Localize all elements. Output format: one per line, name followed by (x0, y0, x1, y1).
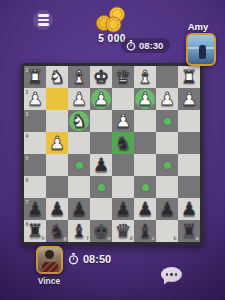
board-grid: ♜1♞♝♚♛♝♜♟2♟♟♟♟♟3♞♟4♟♞5♟6♟7♟♟♟♟♟♟♜8h♞g♝f♚… (24, 66, 200, 242)
square-c1[interactable]: ♝ (134, 66, 156, 88)
square-b5[interactable] (156, 154, 178, 176)
menu-button[interactable] (33, 10, 53, 30)
opponent-timer: 08:30 (121, 38, 170, 53)
white-knight: ♞ (68, 110, 90, 132)
chess-board: ♜1♞♝♚♛♝♜♟2♟♟♟♟♟3♞♟4♟♞5♟6♟7♟♟♟♟♟♟♜8h♞g♝f♚… (21, 63, 203, 245)
square-d6[interactable] (112, 176, 134, 198)
rank-label: 5 (26, 156, 29, 161)
square-a8[interactable]: ♜a (178, 220, 200, 242)
file-label: g (63, 236, 66, 241)
chat-button[interactable] (161, 267, 182, 282)
square-c7[interactable]: ♟ (134, 198, 156, 220)
white-knight: ♞ (46, 66, 68, 88)
square-d8[interactable]: ♛d (112, 220, 134, 242)
black-pawn: ♟ (134, 198, 156, 220)
square-c6[interactable] (134, 176, 156, 198)
square-f4[interactable] (68, 132, 90, 154)
speech-bubble-ellipsis-icon (161, 267, 182, 282)
move-target-dot (164, 118, 171, 125)
rank-label: 2 (26, 90, 29, 95)
square-g8[interactable]: ♞g (46, 220, 68, 242)
square-a1[interactable]: ♜ (178, 66, 200, 88)
white-pawn: ♟ (112, 110, 134, 132)
gold-coin-front (106, 17, 121, 32)
square-f1[interactable]: ♝ (68, 66, 90, 88)
white-bishop: ♝ (68, 66, 90, 88)
square-c3[interactable] (134, 110, 156, 132)
white-king: ♚ (90, 66, 112, 88)
file-label: h (41, 236, 44, 241)
square-h1[interactable]: ♜1 (24, 66, 46, 88)
square-c5[interactable] (134, 154, 156, 176)
black-pawn: ♟ (90, 154, 112, 176)
square-g4[interactable]: ♟ (46, 132, 68, 154)
move-target-dot (142, 184, 149, 191)
hamburger-menu-icon (38, 14, 49, 16)
square-g3[interactable] (46, 110, 68, 132)
square-f8[interactable]: ♝f (68, 220, 90, 242)
square-h2[interactable]: ♟2 (24, 88, 46, 110)
stopwatch-icon (126, 40, 136, 51)
white-bishop: ♝ (134, 66, 156, 88)
square-h4[interactable]: 4 (24, 132, 46, 154)
rank-label: 8 (26, 222, 29, 227)
square-a3[interactable] (178, 110, 200, 132)
square-b4[interactable] (156, 132, 178, 154)
opponent-timer-value: 08:30 (139, 40, 163, 51)
black-pawn: ♟ (46, 198, 68, 220)
rank-label: 3 (26, 112, 29, 117)
black-pawn: ♟ (156, 198, 178, 220)
file-label: f (87, 236, 89, 241)
square-f7[interactable]: ♟ (68, 198, 90, 220)
square-g5[interactable] (46, 154, 68, 176)
white-pawn: ♟ (68, 88, 90, 110)
square-d3[interactable]: ♟ (112, 110, 134, 132)
white-pawn: ♟ (156, 88, 178, 110)
square-f3[interactable]: ♞ (68, 110, 90, 132)
square-d2[interactable] (112, 88, 134, 110)
stopwatch-icon (68, 253, 79, 265)
square-e8[interactable]: ♚e (90, 220, 112, 242)
self-name: Vince (24, 276, 74, 286)
square-c2[interactable]: ♟ (134, 88, 156, 110)
square-d7[interactable]: ♟ (112, 198, 134, 220)
square-h5[interactable]: 5 (24, 154, 46, 176)
opponent-avatar[interactable] (186, 33, 216, 66)
square-g7[interactable]: ♟ (46, 198, 68, 220)
white-queen: ♛ (112, 66, 134, 88)
rank-label: 7 (26, 200, 29, 205)
square-h3[interactable]: 3 (24, 110, 46, 132)
square-e1[interactable]: ♚ (90, 66, 112, 88)
square-e7[interactable] (90, 198, 112, 220)
square-c8[interactable]: ♝c (134, 220, 156, 242)
square-h6[interactable]: 6 (24, 176, 46, 198)
square-e3[interactable] (90, 110, 112, 132)
square-c4[interactable] (134, 132, 156, 154)
square-e2[interactable]: ♟ (90, 88, 112, 110)
square-g2[interactable] (46, 88, 68, 110)
square-g1[interactable]: ♞ (46, 66, 68, 88)
opponent-name: Amy (178, 21, 218, 32)
white-pawn: ♟ (46, 132, 68, 154)
file-label: d (129, 236, 132, 241)
chess-app-screen: 5 000 Amy 08:30 ♜1♞♝♚♛♝♜♟2♟♟♟♟♟3♞♟4♟♞5♟6… (0, 0, 225, 300)
move-target-dot (98, 184, 105, 191)
rank-label: 4 (26, 134, 29, 139)
white-pawn: ♟ (90, 88, 112, 110)
square-d4[interactable]: ♞ (112, 132, 134, 154)
self-timer: 08:50 (68, 251, 111, 266)
black-pawn: ♟ (68, 198, 90, 220)
self-timer-value: 08:50 (83, 253, 111, 265)
move-target-dot (164, 162, 171, 169)
square-e4[interactable] (90, 132, 112, 154)
square-h8[interactable]: ♜8h (24, 220, 46, 242)
square-b6[interactable] (156, 176, 178, 198)
square-b8[interactable]: b (156, 220, 178, 242)
square-e5[interactable]: ♟ (90, 154, 112, 176)
black-knight: ♞ (112, 132, 134, 154)
black-pawn: ♟ (112, 198, 134, 220)
square-a2[interactable]: ♟ (178, 88, 200, 110)
square-f5[interactable] (68, 154, 90, 176)
white-pawn: ♟ (178, 88, 200, 110)
move-target-dot (76, 162, 83, 169)
black-pawn: ♟ (178, 198, 200, 220)
square-b3[interactable] (156, 110, 178, 132)
square-a6[interactable] (178, 176, 200, 198)
rank-label: 6 (26, 178, 29, 183)
file-label: a (196, 236, 199, 241)
white-pawn: ♟ (134, 88, 156, 110)
square-b2[interactable]: ♟ (156, 88, 178, 110)
square-f6[interactable] (68, 176, 90, 198)
file-label: b (173, 236, 176, 241)
square-b7[interactable]: ♟ (156, 198, 178, 220)
square-g6[interactable] (46, 176, 68, 198)
square-a5[interactable] (178, 154, 200, 176)
file-label: e (108, 236, 111, 241)
rank-label: 1 (26, 68, 29, 73)
square-d5[interactable] (112, 154, 134, 176)
square-f2[interactable]: ♟ (68, 88, 90, 110)
square-a7[interactable]: ♟ (178, 198, 200, 220)
white-rook: ♜ (178, 66, 200, 88)
self-avatar[interactable] (36, 246, 63, 274)
file-label: c (152, 236, 155, 241)
square-e6[interactable] (90, 176, 112, 198)
square-h7[interactable]: ♟7 (24, 198, 46, 220)
square-b1[interactable] (156, 66, 178, 88)
square-a4[interactable] (178, 132, 200, 154)
square-d1[interactable]: ♛ (112, 66, 134, 88)
